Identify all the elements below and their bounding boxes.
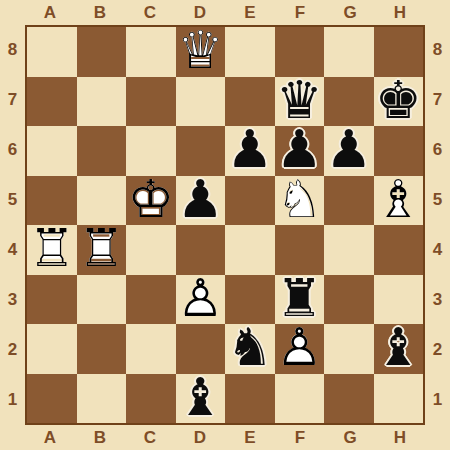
square-g6[interactable]: ♟ — [324, 126, 374, 176]
rank-label-right-1: 1 — [425, 375, 450, 425]
square-c8[interactable] — [126, 27, 176, 77]
rank-label-left-4: 4 — [0, 225, 25, 275]
white-rook-outline: ♖ — [77, 225, 127, 275]
file-label-bottom-e: E — [225, 425, 275, 450]
piece-white-pawn[interactable]: ♟♙ — [275, 324, 325, 374]
rank-label-right-8: 8 — [425, 25, 450, 75]
rank-label-right-7: 7 — [425, 75, 450, 125]
square-g3[interactable] — [324, 275, 374, 325]
white-pawn-outline: ♙ — [176, 275, 226, 325]
square-d5[interactable]: ♟ — [176, 176, 226, 226]
square-g8[interactable] — [324, 27, 374, 77]
rank-label-left-8: 8 — [0, 25, 25, 75]
square-d8[interactable]: ♛♕ — [176, 27, 226, 77]
square-e2[interactable]: ♞ — [225, 324, 275, 374]
rank-label-right-6: 6 — [425, 125, 450, 175]
square-g2[interactable] — [324, 324, 374, 374]
piece-white-rook[interactable]: ♜♖ — [27, 225, 77, 275]
file-label-top-h: H — [375, 0, 425, 25]
square-d1[interactable]: ♝ — [176, 374, 226, 424]
square-h5[interactable]: ♝♗ — [374, 176, 424, 226]
square-e5[interactable] — [225, 176, 275, 226]
square-c7[interactable] — [126, 77, 176, 127]
file-label-top-e: E — [225, 0, 275, 25]
file-label-bottom-c: C — [125, 425, 175, 450]
square-h2[interactable]: ♝ — [374, 324, 424, 374]
file-label-top-a: A — [25, 0, 75, 25]
file-label-bottom-b: B — [75, 425, 125, 450]
square-a7[interactable] — [27, 77, 77, 127]
square-e1[interactable] — [225, 374, 275, 424]
file-label-top-c: C — [125, 0, 175, 25]
square-h1[interactable] — [374, 374, 424, 424]
piece-black-pawn[interactable]: ♟ — [225, 126, 275, 176]
square-a2[interactable] — [27, 324, 77, 374]
square-c1[interactable] — [126, 374, 176, 424]
square-b2[interactable] — [77, 324, 127, 374]
square-a1[interactable] — [27, 374, 77, 424]
chess-board: ♛♕♛♚♟♟♟♚♔♟♞♘♝♗♜♖♜♖♟♙♜♞♟♙♝♝ — [25, 25, 425, 425]
piece-black-king[interactable]: ♚ — [374, 77, 424, 127]
square-a6[interactable] — [27, 126, 77, 176]
piece-black-bishop[interactable]: ♝ — [374, 324, 424, 374]
rank-label-left-3: 3 — [0, 275, 25, 325]
file-label-bottom-a: A — [25, 425, 75, 450]
square-c4[interactable] — [126, 225, 176, 275]
square-h7[interactable]: ♚ — [374, 77, 424, 127]
square-b1[interactable] — [77, 374, 127, 424]
white-rook-outline: ♖ — [27, 225, 77, 275]
rank-label-right-2: 2 — [425, 325, 450, 375]
rank-label-left-5: 5 — [0, 175, 25, 225]
piece-white-pawn[interactable]: ♟♙ — [176, 275, 226, 325]
white-queen-outline: ♕ — [176, 27, 226, 77]
square-f1[interactable] — [275, 374, 325, 424]
file-label-bottom-g: G — [325, 425, 375, 450]
square-f5[interactable]: ♞♘ — [275, 176, 325, 226]
square-d3[interactable]: ♟♙ — [176, 275, 226, 325]
square-c3[interactable] — [126, 275, 176, 325]
file-label-top-f: F — [275, 0, 325, 25]
rank-label-left-6: 6 — [0, 125, 25, 175]
square-b3[interactable] — [77, 275, 127, 325]
file-label-bottom-d: D — [175, 425, 225, 450]
square-e8[interactable] — [225, 27, 275, 77]
white-king-outline: ♔ — [126, 176, 176, 226]
square-b8[interactable] — [77, 27, 127, 77]
piece-black-pawn[interactable]: ♟ — [324, 126, 374, 176]
square-b4[interactable]: ♜♖ — [77, 225, 127, 275]
chess-diagram: ♛♕♛♚♟♟♟♚♔♟♞♘♝♗♜♖♜♖♟♙♜♞♟♙♝♝ AABBCCDDEEFFG… — [0, 0, 450, 450]
piece-white-rook[interactable]: ♜♖ — [77, 225, 127, 275]
piece-white-knight[interactable]: ♞♘ — [275, 176, 325, 226]
square-d7[interactable] — [176, 77, 226, 127]
white-pawn-outline: ♙ — [275, 324, 325, 374]
square-g4[interactable] — [324, 225, 374, 275]
file-label-top-b: B — [75, 0, 125, 25]
square-g1[interactable] — [324, 374, 374, 424]
square-f2[interactable]: ♟♙ — [275, 324, 325, 374]
square-g5[interactable] — [324, 176, 374, 226]
rank-label-right-3: 3 — [425, 275, 450, 325]
square-e4[interactable] — [225, 225, 275, 275]
file-label-bottom-f: F — [275, 425, 325, 450]
rank-label-left-7: 7 — [0, 75, 25, 125]
piece-white-bishop[interactable]: ♝♗ — [374, 176, 424, 226]
piece-black-bishop[interactable]: ♝ — [176, 374, 226, 424]
piece-white-king[interactable]: ♚♔ — [126, 176, 176, 226]
rank-label-right-4: 4 — [425, 225, 450, 275]
piece-black-knight[interactable]: ♞ — [225, 324, 275, 374]
square-a4[interactable]: ♜♖ — [27, 225, 77, 275]
square-a8[interactable] — [27, 27, 77, 77]
square-a3[interactable] — [27, 275, 77, 325]
piece-black-pawn[interactable]: ♟ — [176, 176, 226, 226]
square-b6[interactable] — [77, 126, 127, 176]
square-e6[interactable]: ♟ — [225, 126, 275, 176]
square-c2[interactable] — [126, 324, 176, 374]
file-label-top-g: G — [325, 0, 375, 25]
white-knight-outline: ♘ — [275, 176, 325, 226]
white-bishop-outline: ♗ — [374, 176, 424, 226]
square-h4[interactable] — [374, 225, 424, 275]
rank-label-left-1: 1 — [0, 375, 25, 425]
square-b7[interactable] — [77, 77, 127, 127]
rank-label-left-2: 2 — [0, 325, 25, 375]
piece-white-queen[interactable]: ♛♕ — [176, 27, 226, 77]
rank-label-right-5: 5 — [425, 175, 450, 225]
square-c5[interactable]: ♚♔ — [126, 176, 176, 226]
file-label-bottom-h: H — [375, 425, 425, 450]
